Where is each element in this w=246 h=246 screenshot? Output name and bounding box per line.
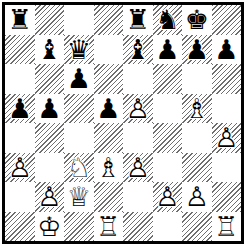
square-c5[interactable]: [64, 94, 94, 124]
square-a3[interactable]: ♟♙: [5, 153, 35, 183]
square-a8[interactable]: ♜♜: [5, 5, 35, 35]
white-bishop-icon: ♗: [182, 94, 212, 124]
white-bishop-fill: ♝: [94, 153, 124, 183]
black-pawn-icon: ♟: [94, 94, 124, 124]
black-bishop-icon: ♝: [35, 35, 65, 65]
square-b8[interactable]: [35, 5, 65, 35]
square-e4[interactable]: [123, 123, 153, 153]
white-pawn-icon: ♙: [212, 123, 242, 153]
black-pawn-fill: ♟: [212, 35, 242, 65]
square-g8[interactable]: ♚♚: [182, 5, 212, 35]
square-h6[interactable]: [212, 64, 242, 94]
square-c3[interactable]: ♞♘: [64, 153, 94, 183]
square-f8[interactable]: ♞♞: [153, 5, 183, 35]
white-bishop-fill: ♝: [182, 94, 212, 124]
white-king-fill: ♚: [35, 212, 65, 242]
black-knight-fill: ♞: [153, 5, 183, 35]
white-rook-icon: ♖: [94, 212, 124, 242]
square-f4[interactable]: [153, 123, 183, 153]
square-h1[interactable]: ♜♖: [212, 212, 242, 242]
black-queen-fill: ♛: [64, 35, 94, 65]
black-pawn-fill: ♟: [94, 94, 124, 124]
square-g4[interactable]: [182, 123, 212, 153]
white-pawn-fill: ♟: [123, 94, 153, 124]
black-king-icon: ♚: [182, 5, 212, 35]
black-pawn-fill: ♟: [64, 64, 94, 94]
square-c1[interactable]: [64, 212, 94, 242]
square-e3[interactable]: ♟♙: [123, 153, 153, 183]
square-c8[interactable]: [64, 5, 94, 35]
square-a2[interactable]: [5, 182, 35, 212]
black-rook-icon: ♜: [5, 5, 35, 35]
square-f5[interactable]: [153, 94, 183, 124]
chess-board-frame: ♜♜♜♜♞♞♚♚♝♝♛♛♝♝♟♟♟♟♟♟♟♟♟♟♟♟♟♟♟♙♝♗♟♙♟♙♞♘♝♗…: [2, 2, 244, 244]
square-g3[interactable]: [182, 153, 212, 183]
square-a6[interactable]: [5, 64, 35, 94]
square-b5[interactable]: ♟♟: [35, 94, 65, 124]
white-queen-icon: ♕: [64, 182, 94, 212]
black-king-fill: ♚: [182, 5, 212, 35]
black-rook-fill: ♜: [5, 5, 35, 35]
square-a1[interactable]: [5, 212, 35, 242]
square-d8[interactable]: [94, 5, 124, 35]
square-b2[interactable]: ♟♙: [35, 182, 65, 212]
black-pawn-icon: ♟: [35, 94, 65, 124]
square-c4[interactable]: [64, 123, 94, 153]
square-g1[interactable]: [182, 212, 212, 242]
white-pawn-fill: ♟: [123, 153, 153, 183]
square-a4[interactable]: [5, 123, 35, 153]
square-g2[interactable]: ♟♙: [182, 182, 212, 212]
white-pawn-fill: ♟: [5, 153, 35, 183]
black-pawn-fill: ♟: [5, 94, 35, 124]
square-d4[interactable]: [94, 123, 124, 153]
square-h4[interactable]: ♟♙: [212, 123, 242, 153]
square-b1[interactable]: ♚♔: [35, 212, 65, 242]
square-h8[interactable]: [212, 5, 242, 35]
black-rook-icon: ♜: [123, 5, 153, 35]
square-b6[interactable]: [35, 64, 65, 94]
square-h5[interactable]: [212, 94, 242, 124]
square-f1[interactable]: [153, 212, 183, 242]
black-pawn-fill: ♟: [35, 94, 65, 124]
black-pawn-fill: ♟: [153, 35, 183, 65]
square-e1[interactable]: [123, 212, 153, 242]
black-pawn-fill: ♟: [182, 35, 212, 65]
black-rook-fill: ♜: [123, 5, 153, 35]
white-pawn-fill: ♟: [153, 182, 183, 212]
white-knight-fill: ♞: [64, 153, 94, 183]
square-f3[interactable]: [153, 153, 183, 183]
square-f7[interactable]: ♟♟: [153, 35, 183, 65]
white-pawn-icon: ♙: [123, 153, 153, 183]
black-knight-icon: ♞: [153, 5, 183, 35]
square-b4[interactable]: [35, 123, 65, 153]
square-c6[interactable]: ♟♟: [64, 64, 94, 94]
black-queen-icon: ♛: [64, 35, 94, 65]
black-bishop-icon: ♝: [123, 35, 153, 65]
square-g6[interactable]: [182, 64, 212, 94]
square-e6[interactable]: [123, 64, 153, 94]
square-b7[interactable]: ♝♝: [35, 35, 65, 65]
black-pawn-icon: ♟: [212, 35, 242, 65]
white-pawn-fill: ♟: [35, 182, 65, 212]
square-c2[interactable]: ♛♕: [64, 182, 94, 212]
white-pawn-icon: ♙: [182, 182, 212, 212]
square-e5[interactable]: ♟♙: [123, 94, 153, 124]
square-f2[interactable]: ♟♙: [153, 182, 183, 212]
white-queen-fill: ♛: [64, 182, 94, 212]
black-bishop-fill: ♝: [35, 35, 65, 65]
white-king-icon: ♔: [35, 212, 65, 242]
square-f6[interactable]: [153, 64, 183, 94]
white-pawn-icon: ♙: [5, 153, 35, 183]
white-bishop-icon: ♗: [94, 153, 124, 183]
square-b3[interactable]: [35, 153, 65, 183]
white-rook-fill: ♜: [94, 212, 124, 242]
square-d2[interactable]: [94, 182, 124, 212]
square-h2[interactable]: [212, 182, 242, 212]
square-g5[interactable]: ♝♗: [182, 94, 212, 124]
square-c7[interactable]: ♛♛: [64, 35, 94, 65]
white-pawn-icon: ♙: [35, 182, 65, 212]
white-knight-icon: ♘: [64, 153, 94, 183]
white-pawn-fill: ♟: [212, 123, 242, 153]
square-a5[interactable]: ♟♟: [5, 94, 35, 124]
square-a7[interactable]: [5, 35, 35, 65]
square-d5[interactable]: ♟♟: [94, 94, 124, 124]
white-pawn-icon: ♙: [123, 94, 153, 124]
black-pawn-icon: ♟: [64, 64, 94, 94]
black-pawn-icon: ♟: [5, 94, 35, 124]
square-d1[interactable]: ♜♖: [94, 212, 124, 242]
square-g7[interactable]: ♟♟: [182, 35, 212, 65]
square-e8[interactable]: ♜♜: [123, 5, 153, 35]
chess-board: ♜♜♜♜♞♞♚♚♝♝♛♛♝♝♟♟♟♟♟♟♟♟♟♟♟♟♟♟♟♙♝♗♟♙♟♙♞♘♝♗…: [5, 5, 241, 241]
square-h7[interactable]: ♟♟: [212, 35, 242, 65]
square-h3[interactable]: [212, 153, 242, 183]
black-bishop-fill: ♝: [123, 35, 153, 65]
white-pawn-icon: ♙: [153, 182, 183, 212]
square-e2[interactable]: [123, 182, 153, 212]
black-pawn-icon: ♟: [182, 35, 212, 65]
black-pawn-icon: ♟: [153, 35, 183, 65]
square-d3[interactable]: ♝♗: [94, 153, 124, 183]
square-d6[interactable]: [94, 64, 124, 94]
white-pawn-fill: ♟: [182, 182, 212, 212]
square-d7[interactable]: [94, 35, 124, 65]
square-e7[interactable]: ♝♝: [123, 35, 153, 65]
white-rook-fill: ♜: [212, 212, 242, 242]
white-rook-icon: ♖: [212, 212, 242, 242]
